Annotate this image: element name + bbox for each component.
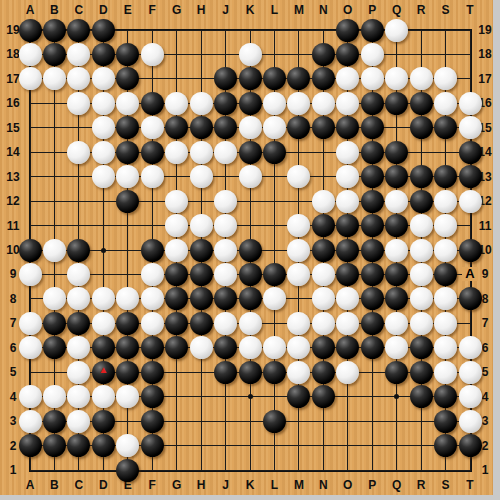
white-stone: [92, 141, 115, 164]
window-gutter-right: [493, 0, 500, 500]
white-stone: [239, 165, 262, 188]
white-stone: [459, 361, 482, 384]
white-stone: [410, 312, 433, 335]
white-stone: [459, 92, 482, 115]
black-stone: [116, 190, 139, 213]
white-stone: [336, 92, 359, 115]
white-stone: [43, 239, 66, 262]
black-stone: [67, 19, 90, 42]
white-stone: [385, 190, 408, 213]
black-stone: [361, 116, 384, 139]
column-label-top: N: [314, 3, 332, 17]
black-stone: [43, 410, 66, 433]
black-stone: [19, 239, 42, 262]
black-stone: [434, 410, 457, 433]
black-stone: [410, 165, 433, 188]
black-stone: [92, 410, 115, 433]
black-stone: [312, 385, 335, 408]
column-label-top: D: [94, 3, 112, 17]
white-stone: [190, 214, 213, 237]
black-stone: [312, 116, 335, 139]
white-stone: [312, 312, 335, 335]
column-label-top: B: [45, 3, 63, 17]
white-stone: [385, 239, 408, 262]
white-stone: [434, 239, 457, 262]
white-stone: [434, 214, 457, 237]
column-label-top: K: [241, 3, 259, 17]
white-stone: [141, 287, 164, 310]
white-stone: [459, 336, 482, 359]
column-label-top: O: [339, 3, 357, 17]
white-stone: [239, 43, 262, 66]
white-stone: [287, 361, 310, 384]
black-stone: [459, 165, 482, 188]
black-stone: [92, 336, 115, 359]
row-label-left: 15: [0, 121, 26, 135]
column-label-top: G: [168, 3, 186, 17]
black-stone: [434, 263, 457, 286]
board-annotation-letter: A: [462, 267, 478, 281]
white-stone: [434, 92, 457, 115]
black-stone: [361, 92, 384, 115]
column-label-top: F: [143, 3, 161, 17]
white-stone: [239, 312, 262, 335]
column-label-bottom: K: [241, 478, 259, 492]
window-gutter-bottom: [0, 495, 500, 500]
go-board-screenshot: AABBCCDDEEFFGGHHJJKKLLMMNNOOPPQQRRSSTT19…: [0, 0, 500, 500]
white-stone: [410, 239, 433, 262]
black-stone: [43, 312, 66, 335]
black-stone: [116, 459, 139, 482]
white-stone: [141, 263, 164, 286]
black-stone: [263, 263, 286, 286]
black-stone: [239, 239, 262, 262]
black-stone: [165, 263, 188, 286]
column-label-bottom: M: [290, 478, 308, 492]
row-label-left: 5: [0, 365, 26, 379]
white-stone: [214, 190, 237, 213]
column-label-bottom: O: [339, 478, 357, 492]
black-stone: [116, 361, 139, 384]
white-stone: [410, 214, 433, 237]
black-stone: [141, 361, 164, 384]
column-label-top: S: [437, 3, 455, 17]
column-label-top: Q: [388, 3, 406, 17]
black-stone: [361, 239, 384, 262]
white-stone: [459, 116, 482, 139]
white-stone: [190, 141, 213, 164]
black-stone: [141, 92, 164, 115]
column-label-top: M: [290, 3, 308, 17]
black-stone: [312, 43, 335, 66]
black-stone: [312, 239, 335, 262]
white-stone: [165, 190, 188, 213]
column-label-bottom: C: [70, 478, 88, 492]
black-stone: [43, 43, 66, 66]
black-stone: [410, 385, 433, 408]
black-stone: [239, 92, 262, 115]
black-stone: [361, 190, 384, 213]
black-stone: [190, 116, 213, 139]
black-stone: [116, 141, 139, 164]
black-stone: [434, 434, 457, 457]
white-stone: [459, 190, 482, 213]
black-stone: [263, 361, 286, 384]
white-stone: [214, 141, 237, 164]
white-stone: [67, 141, 90, 164]
black-stone: [312, 214, 335, 237]
white-stone: [92, 312, 115, 335]
black-stone: [410, 336, 433, 359]
column-label-bottom: R: [412, 478, 430, 492]
black-stone: [361, 214, 384, 237]
white-stone: [214, 239, 237, 262]
black-stone: [92, 434, 115, 457]
white-stone: [92, 92, 115, 115]
column-label-top: L: [265, 3, 283, 17]
black-stone: [263, 410, 286, 433]
black-stone: [92, 43, 115, 66]
white-stone: [214, 214, 237, 237]
white-stone: [19, 43, 42, 66]
white-stone: [43, 385, 66, 408]
white-stone: [410, 67, 433, 90]
black-stone: [385, 361, 408, 384]
white-stone: [361, 67, 384, 90]
white-stone: [459, 410, 482, 433]
black-stone: [361, 165, 384, 188]
black-stone: [312, 336, 335, 359]
black-stone: [336, 19, 359, 42]
white-stone: [67, 361, 90, 384]
column-label-bottom: L: [265, 478, 283, 492]
white-stone: [214, 263, 237, 286]
white-stone: [410, 287, 433, 310]
black-stone: [239, 361, 262, 384]
column-label-top: R: [412, 3, 430, 17]
white-stone: [19, 385, 42, 408]
white-stone: [92, 116, 115, 139]
white-stone: [214, 312, 237, 335]
black-stone: [190, 312, 213, 335]
white-stone: [385, 312, 408, 335]
white-stone: [385, 19, 408, 42]
black-stone: [43, 19, 66, 42]
white-stone: [67, 410, 90, 433]
white-stone: [336, 190, 359, 213]
black-stone: [410, 116, 433, 139]
column-label-bottom: S: [437, 478, 455, 492]
black-stone: [361, 19, 384, 42]
black-stone: [385, 141, 408, 164]
white-stone: [141, 165, 164, 188]
white-stone: [165, 92, 188, 115]
black-stone: [361, 287, 384, 310]
black-stone: [410, 190, 433, 213]
white-stone: [336, 312, 359, 335]
white-stone: [434, 361, 457, 384]
row-label-left: 13: [0, 170, 26, 184]
column-label-bottom: Q: [388, 478, 406, 492]
column-label-top: H: [192, 3, 210, 17]
black-stone: [141, 141, 164, 164]
white-stone: [263, 92, 286, 115]
black-stone: [459, 287, 482, 310]
white-stone: [19, 312, 42, 335]
black-stone: [19, 19, 42, 42]
row-label-left: 1: [0, 463, 26, 477]
column-label-bottom: F: [143, 478, 161, 492]
black-stone: [141, 385, 164, 408]
column-label-bottom: A: [21, 478, 39, 492]
black-stone: [19, 434, 42, 457]
white-stone: [459, 385, 482, 408]
black-stone: [239, 287, 262, 310]
white-stone: [434, 190, 457, 213]
black-stone: [190, 287, 213, 310]
black-stone: [67, 239, 90, 262]
column-label-bottom: G: [168, 478, 186, 492]
white-stone: [19, 263, 42, 286]
white-stone: [190, 336, 213, 359]
white-stone: [239, 336, 262, 359]
black-stone: [141, 410, 164, 433]
black-stone: [385, 92, 408, 115]
white-stone: [336, 141, 359, 164]
column-label-top: T: [461, 3, 479, 17]
column-label-bottom: H: [192, 478, 210, 492]
black-stone: [141, 434, 164, 457]
column-label-bottom: T: [461, 478, 479, 492]
black-stone: [141, 336, 164, 359]
go-board[interactable]: AABBCCDDEEFFGGHHJJKKLLMMNNOOPPQQRRSSTT19…: [0, 0, 500, 500]
white-stone: [287, 239, 310, 262]
white-stone: [19, 336, 42, 359]
white-stone: [92, 165, 115, 188]
black-stone: [239, 141, 262, 164]
column-label-top: C: [70, 3, 88, 17]
white-stone: [165, 239, 188, 262]
white-stone: [141, 43, 164, 66]
black-stone: [263, 141, 286, 164]
star-point: [248, 394, 253, 399]
row-label-left: 8: [0, 292, 26, 306]
white-stone: [410, 263, 433, 286]
column-label-top: E: [119, 3, 137, 17]
black-stone: [116, 312, 139, 335]
white-stone: [312, 263, 335, 286]
black-stone: [385, 263, 408, 286]
row-label-left: 11: [0, 219, 26, 233]
black-stone: [459, 239, 482, 262]
black-stone: [190, 239, 213, 262]
white-stone: [92, 385, 115, 408]
white-stone: [361, 43, 384, 66]
black-stone: [141, 239, 164, 262]
black-stone: [361, 336, 384, 359]
black-stone: [336, 239, 359, 262]
black-stone: [361, 263, 384, 286]
column-label-bottom: D: [94, 478, 112, 492]
column-label-top: A: [21, 3, 39, 17]
row-label-left: 16: [0, 96, 26, 110]
white-stone: [141, 116, 164, 139]
column-label-bottom: J: [217, 478, 235, 492]
black-stone: [165, 312, 188, 335]
black-stone: [214, 361, 237, 384]
white-stone: [312, 92, 335, 115]
white-stone: [190, 165, 213, 188]
black-stone: [361, 312, 384, 335]
row-label-left: 14: [0, 145, 26, 159]
black-stone: [239, 67, 262, 90]
black-stone: [43, 434, 66, 457]
black-stone: [459, 434, 482, 457]
black-stone: [190, 263, 213, 286]
white-stone: [141, 312, 164, 335]
column-label-bottom: B: [45, 478, 63, 492]
black-stone: [92, 19, 115, 42]
column-label-bottom: P: [363, 478, 381, 492]
column-label-top: P: [363, 3, 381, 17]
column-label-bottom: N: [314, 478, 332, 492]
black-stone: [459, 141, 482, 164]
white-stone: [19, 410, 42, 433]
white-stone: [116, 92, 139, 115]
white-stone: [434, 312, 457, 335]
white-stone: [239, 116, 262, 139]
black-stone: [214, 92, 237, 115]
black-stone: [410, 92, 433, 115]
black-stone: [361, 141, 384, 164]
star-point: [101, 248, 106, 253]
black-stone: [312, 361, 335, 384]
white-stone: [312, 190, 335, 213]
last-move-triangle-marker: ▲: [92, 363, 115, 376]
white-stone: [190, 92, 213, 115]
column-label-top: J: [217, 3, 235, 17]
white-stone: [165, 141, 188, 164]
black-stone: [410, 361, 433, 384]
white-stone: [19, 67, 42, 90]
row-label-left: 12: [0, 194, 26, 208]
black-stone: [239, 263, 262, 286]
white-stone: [336, 361, 359, 384]
